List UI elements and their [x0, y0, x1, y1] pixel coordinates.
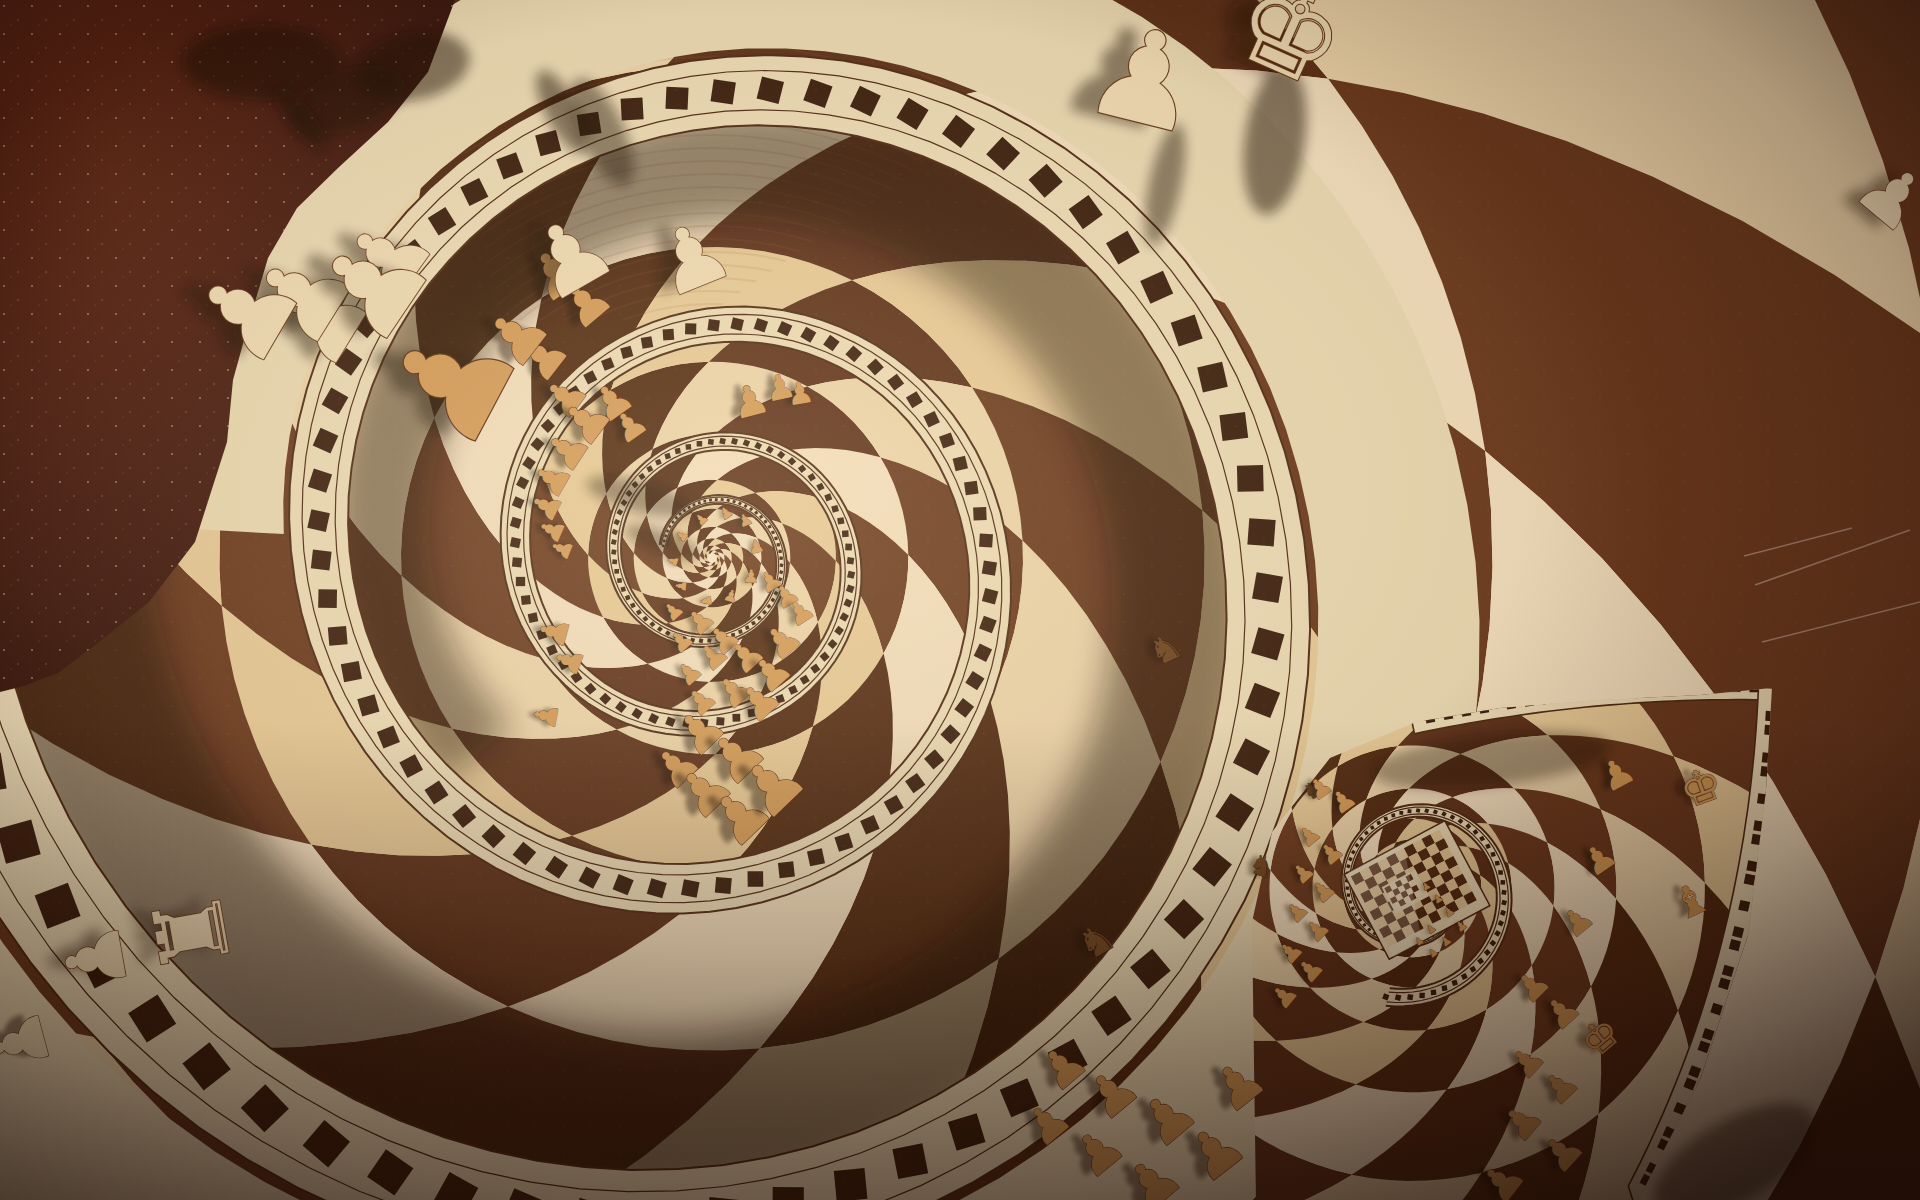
- bottom-shade: [0, 0, 1920, 1200]
- spiral-chessboard-canvas: ♟♟♟♟♟♟♟♟♟♟♟♟♟♟♟♟♟♟♟♟♟♟♟♟♟♟♟♟♟♟♟♟♟♟♟♟♟♟♞♞…: [0, 0, 1920, 1200]
- droste-spiral-chessboard-photo: ♟♟♟♟♟♟♟♟♟♟♟♟♟♟♟♟♟♟♟♟♟♟♟♟♟♟♟♟♟♟♟♟♟♟♟♟♟♟♞♞…: [0, 0, 1920, 1200]
